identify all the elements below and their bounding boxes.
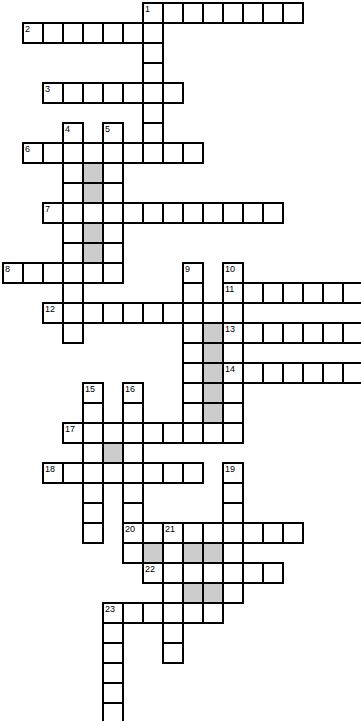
cell-r30-c8[interactable] — [162, 602, 184, 624]
cell-r21-c7[interactable] — [142, 422, 164, 444]
clue-number-9: 9 — [185, 264, 190, 274]
cell-r29-c11[interactable] — [222, 582, 244, 604]
cell-r18-c16[interactable] — [322, 362, 344, 384]
cell-r15-c10[interactable] — [202, 302, 224, 324]
shaded-cell-r27-c7[interactable] — [142, 542, 164, 564]
cell-r14-c11[interactable]: 11 — [222, 282, 244, 304]
clue-number-12: 12 — [45, 304, 55, 314]
cell-r19-c4[interactable]: 15 — [82, 382, 104, 404]
cell-r15-c4[interactable] — [82, 302, 104, 324]
cell-r0-c9[interactable] — [182, 2, 204, 24]
cell-r10-c7[interactable] — [142, 202, 164, 224]
cell-r7-c5[interactable] — [102, 142, 124, 164]
cell-r19-c6[interactable]: 16 — [122, 382, 144, 404]
cell-r27-c8[interactable] — [162, 542, 184, 564]
clue-number-14: 14 — [225, 364, 235, 374]
cell-r13-c4[interactable] — [82, 262, 104, 284]
cell-r4-c5[interactable] — [102, 82, 124, 104]
cell-r6-c5[interactable]: 5 — [102, 122, 124, 144]
cell-r10-c5[interactable] — [102, 202, 124, 224]
clue-number-17: 17 — [65, 424, 75, 434]
cell-r0-c13[interactable] — [262, 2, 284, 24]
cell-r23-c3[interactable] — [62, 462, 84, 484]
clue-number-20: 20 — [125, 524, 135, 534]
clue-number-3: 3 — [45, 84, 50, 94]
cell-r18-c17[interactable] — [342, 362, 361, 384]
cell-r21-c6[interactable] — [122, 422, 144, 444]
cell-r26-c13[interactable] — [262, 522, 284, 544]
cell-r30-c5[interactable]: 23 — [102, 602, 124, 624]
cell-r21-c10[interactable] — [202, 422, 224, 444]
cell-r27-c11[interactable] — [222, 542, 244, 564]
cell-r0-c11[interactable] — [222, 2, 244, 24]
cell-r0-c10[interactable] — [202, 2, 224, 24]
cell-r20-c9[interactable] — [182, 402, 204, 424]
shaded-cell-r27-c9[interactable] — [182, 542, 204, 564]
cell-r26-c4[interactable] — [82, 522, 104, 544]
cell-r25-c6[interactable] — [122, 502, 144, 524]
cell-r21-c4[interactable] — [82, 422, 104, 444]
cell-r10-c4[interactable] — [82, 202, 104, 224]
cell-r24-c4[interactable] — [82, 482, 104, 504]
cell-r28-c11[interactable] — [222, 562, 244, 584]
cell-r16-c17[interactable] — [342, 322, 361, 344]
shaded-cell-r29-c10[interactable] — [202, 582, 224, 604]
cell-r34-c5[interactable] — [102, 682, 124, 704]
clue-number-7: 7 — [45, 204, 50, 214]
clue-number-18: 18 — [45, 464, 55, 474]
cell-r16-c15[interactable] — [302, 322, 324, 344]
cell-r20-c4[interactable] — [82, 402, 104, 424]
cell-r23-c2[interactable]: 18 — [42, 462, 64, 484]
cell-r1-c2[interactable] — [42, 22, 64, 44]
cell-r26-c9[interactable] — [182, 522, 204, 544]
cell-r4-c3[interactable] — [62, 82, 84, 104]
cell-r1-c1[interactable]: 2 — [22, 22, 44, 44]
cell-r28-c12[interactable] — [242, 562, 264, 584]
cell-r23-c11[interactable]: 19 — [222, 462, 244, 484]
cell-r21-c5[interactable] — [102, 422, 124, 444]
shaded-cell-r9-c4[interactable] — [82, 182, 104, 204]
cell-r33-c5[interactable] — [102, 662, 124, 684]
cell-r1-c3[interactable] — [62, 22, 84, 44]
clue-number-19: 19 — [225, 464, 235, 474]
cell-r19-c9[interactable] — [182, 382, 204, 404]
cell-r9-c5[interactable] — [102, 182, 124, 204]
cell-r18-c15[interactable] — [302, 362, 324, 384]
cell-r2-c7[interactable] — [142, 42, 164, 64]
cell-r23-c4[interactable] — [82, 462, 104, 484]
cell-r30-c7[interactable] — [142, 602, 164, 624]
cell-r30-c6[interactable] — [122, 602, 144, 624]
clue-number-23: 23 — [105, 604, 115, 614]
cell-r10-c6[interactable] — [122, 202, 144, 224]
cell-r8-c3[interactable] — [62, 162, 84, 184]
cell-r7-c9[interactable] — [182, 142, 204, 164]
cell-r14-c14[interactable] — [282, 282, 304, 304]
cell-r7-c1[interactable]: 6 — [22, 142, 44, 164]
cell-r7-c3[interactable] — [62, 142, 84, 164]
cell-r26-c8[interactable]: 21 — [162, 522, 184, 544]
cell-r15-c5[interactable] — [102, 302, 124, 324]
cell-r10-c10[interactable] — [202, 202, 224, 224]
shaded-cell-r19-c10[interactable] — [202, 382, 224, 404]
cell-r22-c6[interactable] — [122, 442, 144, 464]
cell-r0-c7[interactable]: 1 — [142, 2, 164, 24]
cell-r10-c9[interactable] — [182, 202, 204, 224]
clue-number-2: 2 — [25, 24, 30, 34]
cell-r29-c8[interactable] — [162, 582, 184, 604]
cell-r18-c12[interactable] — [242, 362, 264, 384]
cell-r7-c4[interactable] — [82, 142, 104, 164]
shaded-cell-r11-c4[interactable] — [82, 222, 104, 244]
cell-r26-c14[interactable] — [282, 522, 304, 544]
cell-r25-c11[interactable] — [222, 502, 244, 524]
cell-r18-c9[interactable] — [182, 362, 204, 384]
cell-r16-c3[interactable] — [62, 322, 84, 344]
cell-r35-c5[interactable] — [102, 702, 124, 721]
cell-r4-c2[interactable]: 3 — [42, 82, 64, 104]
cell-r15-c11[interactable] — [222, 302, 244, 324]
cell-r25-c4[interactable] — [82, 502, 104, 524]
cell-r14-c3[interactable] — [62, 282, 84, 304]
cell-r7-c2[interactable] — [42, 142, 64, 164]
cell-r1-c4[interactable] — [82, 22, 104, 44]
cell-r24-c6[interactable] — [122, 482, 144, 504]
cell-r23-c6[interactable] — [122, 462, 144, 484]
cell-r13-c5[interactable] — [102, 262, 124, 284]
cell-r21-c8[interactable] — [162, 422, 184, 444]
cell-r0-c8[interactable] — [162, 2, 184, 24]
cell-r28-c13[interactable] — [262, 562, 284, 584]
cell-r14-c9[interactable] — [182, 282, 204, 304]
cell-r12-c5[interactable] — [102, 242, 124, 264]
shaded-cell-r12-c4[interactable] — [82, 242, 104, 264]
cell-r15-c2[interactable]: 12 — [42, 302, 64, 324]
clue-number-10: 10 — [225, 264, 235, 274]
cell-r23-c5[interactable] — [102, 462, 124, 484]
cell-r0-c12[interactable] — [242, 2, 264, 24]
cell-r30-c9[interactable] — [182, 602, 204, 624]
cell-r14-c15[interactable] — [302, 282, 324, 304]
cell-r26-c11[interactable] — [222, 522, 244, 544]
shaded-cell-r16-c10[interactable] — [202, 322, 224, 344]
cell-r23-c9[interactable] — [182, 462, 204, 484]
cell-r20-c6[interactable] — [122, 402, 144, 424]
cell-r13-c2[interactable] — [42, 262, 64, 284]
clue-number-22: 22 — [145, 564, 155, 574]
cell-r7-c8[interactable] — [162, 142, 184, 164]
clue-number-16: 16 — [125, 384, 135, 394]
cell-r17-c11[interactable] — [222, 342, 244, 364]
cell-r4-c8[interactable] — [162, 82, 184, 104]
cell-r15-c6[interactable] — [122, 302, 144, 324]
cell-r21-c9[interactable] — [182, 422, 204, 444]
cell-r13-c11[interactable]: 10 — [222, 262, 244, 284]
cell-r6-c3[interactable]: 4 — [62, 122, 84, 144]
cell-r10-c2[interactable]: 7 — [42, 202, 64, 224]
cell-r17-c9[interactable] — [182, 342, 204, 364]
shaded-cell-r20-c10[interactable] — [202, 402, 224, 424]
cell-r1-c5[interactable] — [102, 22, 124, 44]
cell-r30-c10[interactable] — [202, 602, 224, 624]
cell-r26-c12[interactable] — [242, 522, 264, 544]
cell-r18-c13[interactable] — [262, 362, 284, 384]
clue-number-21: 21 — [165, 524, 175, 534]
cell-r16-c12[interactable] — [242, 322, 264, 344]
clue-number-13: 13 — [225, 324, 235, 334]
clue-number-5: 5 — [105, 124, 110, 134]
cell-r11-c5[interactable] — [102, 222, 124, 244]
cell-r32-c5[interactable] — [102, 642, 124, 664]
cell-r10-c13[interactable] — [262, 202, 284, 224]
cell-r14-c16[interactable] — [322, 282, 344, 304]
cell-r22-c4[interactable] — [82, 442, 104, 464]
cell-r6-c7[interactable] — [142, 122, 164, 144]
cell-r16-c9[interactable] — [182, 322, 204, 344]
clue-number-15: 15 — [85, 384, 95, 394]
cell-r18-c11[interactable]: 14 — [222, 362, 244, 384]
cell-r7-c6[interactable] — [122, 142, 144, 164]
cell-r26-c7[interactable] — [142, 522, 164, 544]
cell-r15-c9[interactable] — [182, 302, 204, 324]
cell-r28-c8[interactable] — [162, 562, 184, 584]
cell-r21-c11[interactable] — [222, 422, 244, 444]
cell-r14-c13[interactable] — [262, 282, 284, 304]
cell-r10-c12[interactable] — [242, 202, 264, 224]
cell-r31-c5[interactable] — [102, 622, 124, 644]
cell-r28-c7[interactable]: 22 — [142, 562, 164, 584]
cell-r19-c11[interactable] — [222, 382, 244, 404]
cell-r8-c5[interactable] — [102, 162, 124, 184]
cell-r3-c7[interactable] — [142, 62, 164, 84]
cell-r10-c11[interactable] — [222, 202, 244, 224]
cell-r31-c8[interactable] — [162, 622, 184, 644]
cell-r28-c9[interactable] — [182, 562, 204, 584]
clue-number-6: 6 — [25, 144, 30, 154]
clue-number-4: 4 — [65, 124, 70, 134]
cell-r15-c7[interactable] — [142, 302, 164, 324]
shaded-cell-r22-c5[interactable] — [102, 442, 124, 464]
cell-r4-c6[interactable] — [122, 82, 144, 104]
cell-r11-c3[interactable] — [62, 222, 84, 244]
cell-r13-c9[interactable]: 9 — [182, 262, 204, 284]
cell-r32-c8[interactable] — [162, 642, 184, 664]
crossword-grid: 1234567891011121314151617181920212223 — [0, 0, 361, 721]
cell-r13-c3[interactable] — [62, 262, 84, 284]
cell-r1-c7[interactable] — [142, 22, 164, 44]
cell-r16-c11[interactable]: 13 — [222, 322, 244, 344]
cell-r28-c10[interactable] — [202, 562, 224, 584]
cell-r9-c3[interactable] — [62, 182, 84, 204]
cell-r16-c14[interactable] — [282, 322, 304, 344]
cell-r10-c3[interactable] — [62, 202, 84, 224]
cell-r5-c7[interactable] — [142, 102, 164, 124]
shaded-cell-r18-c10[interactable] — [202, 362, 224, 384]
clue-number-1: 1 — [145, 4, 150, 14]
cell-r13-c0[interactable]: 8 — [2, 262, 24, 284]
shaded-cell-r27-c10[interactable] — [202, 542, 224, 564]
clue-number-11: 11 — [225, 284, 234, 294]
cell-r4-c7[interactable] — [142, 82, 164, 104]
cell-r0-c14[interactable] — [282, 2, 304, 24]
cell-r23-c7[interactable] — [142, 462, 164, 484]
cell-r13-c1[interactable] — [22, 262, 44, 284]
cell-r27-c6[interactable] — [122, 542, 144, 564]
cell-r23-c8[interactable] — [162, 462, 184, 484]
cell-r15-c3[interactable] — [62, 302, 84, 324]
cell-r24-c11[interactable] — [222, 482, 244, 504]
cell-r18-c14[interactable] — [282, 362, 304, 384]
shaded-cell-r29-c9[interactable] — [182, 582, 204, 604]
cell-r16-c13[interactable] — [262, 322, 284, 344]
cell-r4-c4[interactable] — [82, 82, 104, 104]
clue-number-8: 8 — [5, 264, 10, 274]
cell-r26-c10[interactable] — [202, 522, 224, 544]
cell-r1-c6[interactable] — [122, 22, 144, 44]
shaded-cell-r8-c4[interactable] — [82, 162, 104, 184]
cell-r14-c12[interactable] — [242, 282, 264, 304]
cell-r14-c17[interactable] — [342, 282, 361, 304]
cell-r21-c3[interactable]: 17 — [62, 422, 84, 444]
cell-r10-c8[interactable] — [162, 202, 184, 224]
cell-r12-c3[interactable] — [62, 242, 84, 264]
shaded-cell-r17-c10[interactable] — [202, 342, 224, 364]
cell-r20-c11[interactable] — [222, 402, 244, 424]
cell-r16-c16[interactable] — [322, 322, 344, 344]
cell-r7-c7[interactable] — [142, 142, 164, 164]
cell-r15-c8[interactable] — [162, 302, 184, 324]
cell-r26-c6[interactable]: 20 — [122, 522, 144, 544]
